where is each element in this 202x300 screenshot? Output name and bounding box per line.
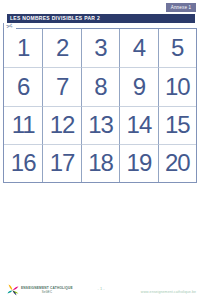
worksheet-page: Annexe 1 LES NOMBRES DIVISIBLES PAR 2 ✂ …: [0, 0, 202, 300]
board-cell-19: 19: [119, 144, 157, 182]
board-cell-5: 5: [158, 29, 196, 67]
board-cell-2: 2: [42, 29, 80, 67]
board-cell-20: 20: [158, 144, 196, 182]
scissors-icon: ✂: [5, 22, 13, 31]
website-url: www.enseignement.catholique.be: [141, 290, 196, 294]
board-cell-7: 7: [42, 67, 80, 105]
board-cell-3: 3: [81, 29, 119, 67]
board-cell-1: 1: [4, 29, 42, 67]
board-cell-18: 18: [81, 144, 119, 182]
board-cell-8: 8: [81, 67, 119, 105]
board-cell-13: 13: [81, 106, 119, 144]
board-cell-17: 17: [42, 144, 80, 182]
board-cell-12: 12: [42, 106, 80, 144]
board-cell-10: 10: [158, 67, 196, 105]
number-board: 1234567891011121314151617181920: [3, 28, 197, 183]
board-cell-15: 15: [158, 106, 196, 144]
board-cell-9: 9: [119, 67, 157, 105]
board-cell-14: 14: [119, 106, 157, 144]
board-cell-11: 11: [4, 106, 42, 144]
board-cell-4: 4: [119, 29, 157, 67]
board-cell-6: 6: [4, 67, 42, 105]
annex-badge: Annexe 1: [166, 3, 196, 12]
board-cell-16: 16: [4, 144, 42, 182]
page-title: LES NOMBRES DIVISIBLES PAR 2: [7, 14, 195, 23]
